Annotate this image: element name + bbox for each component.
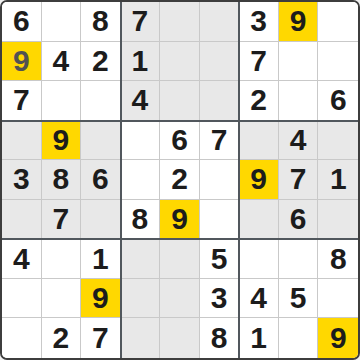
cell-r7-c4[interactable] [160,279,200,319]
cell-r8-c5[interactable]: 8 [200,318,240,358]
given-digit: 9 [250,164,267,194]
given-digit: 8 [52,164,69,194]
given-digit: 3 [211,283,228,313]
cell-r7-c6[interactable]: 4 [239,279,279,319]
given-digit: 1 [92,244,109,274]
cell-r2-c6[interactable]: 2 [239,81,279,121]
cell-r5-c6[interactable] [239,200,279,240]
given-digit: 9 [92,283,109,313]
cell-r8-c4[interactable] [160,318,200,358]
cell-r6-c3[interactable] [121,239,161,279]
cell-r6-c8[interactable]: 8 [318,239,358,279]
cell-r0-c1[interactable] [42,2,82,42]
given-digit: 8 [132,204,149,234]
given-digit: 5 [211,244,228,274]
cell-r4-c6[interactable]: 9 [239,160,279,200]
given-digit: 6 [290,204,307,234]
cell-r4-c4[interactable]: 2 [160,160,200,200]
cell-r8-c3[interactable] [121,318,161,358]
cell-r8-c8[interactable]: 9 [318,318,358,358]
given-digit: 3 [250,6,267,36]
cell-r0-c3[interactable]: 7 [121,2,161,42]
cell-r1-c4[interactable] [160,42,200,82]
cell-r0-c0[interactable]: 6 [2,2,42,42]
cell-r3-c2[interactable] [81,121,121,161]
cell-r1-c1[interactable]: 4 [42,42,82,82]
cell-r4-c8[interactable]: 1 [318,160,358,200]
cell-r1-c0[interactable]: 9 [2,42,42,82]
cell-r2-c0[interactable]: 7 [2,81,42,121]
cell-r3-c4[interactable]: 6 [160,121,200,161]
cell-r7-c2[interactable]: 9 [81,279,121,319]
given-digit: 9 [171,204,188,234]
given-digit: 9 [52,125,69,155]
cell-r5-c2[interactable] [81,200,121,240]
given-digit: 2 [92,46,109,76]
cell-r8-c1[interactable]: 2 [42,318,82,358]
given-digit: 8 [330,244,347,274]
given-digit: 1 [330,164,347,194]
cell-r2-c1[interactable] [42,81,82,121]
cell-r3-c6[interactable] [239,121,279,161]
given-digit: 6 [13,6,30,36]
user-digit: 9 [13,46,30,76]
given-digit: 6 [330,85,347,115]
given-digit: 4 [290,125,307,155]
cell-r2-c2[interactable] [81,81,121,121]
cell-r5-c1[interactable]: 7 [42,200,82,240]
cell-r8-c7[interactable] [279,318,319,358]
given-digit: 5 [290,283,307,313]
cell-r5-c3[interactable]: 8 [121,200,161,240]
given-digit: 6 [92,164,109,194]
given-digit: 2 [171,164,188,194]
given-digit: 9 [330,323,347,353]
cell-r0-c2[interactable]: 8 [81,2,121,42]
cell-r0-c4[interactable] [160,2,200,42]
given-digit: 4 [132,85,149,115]
cell-r7-c0[interactable] [2,279,42,319]
cell-r5-c7[interactable]: 6 [279,200,319,240]
cell-r5-c5[interactable] [200,200,240,240]
cell-r4-c3[interactable] [121,160,161,200]
cell-r8-c0[interactable] [2,318,42,358]
cell-r0-c6[interactable]: 3 [239,2,279,42]
cell-r3-c7[interactable]: 4 [279,121,319,161]
given-digit: 4 [52,46,69,76]
given-digit: 7 [211,125,228,155]
cell-r7-c8[interactable] [318,279,358,319]
cell-r2-c4[interactable] [160,81,200,121]
cell-r6-c2[interactable]: 1 [81,239,121,279]
cell-r4-c5[interactable] [200,160,240,200]
cell-r7-c5[interactable]: 3 [200,279,240,319]
cell-r0-c5[interactable] [200,2,240,42]
cell-r3-c3[interactable] [121,121,161,161]
cell-r6-c6[interactable] [239,239,279,279]
given-digit: 7 [13,85,30,115]
given-digit: 7 [132,6,149,36]
cell-r6-c0[interactable]: 4 [2,239,42,279]
given-digit: 7 [52,204,69,234]
given-digit: 7 [92,323,109,353]
cell-r6-c4[interactable] [160,239,200,279]
cell-r1-c6[interactable]: 7 [239,42,279,82]
cell-r5-c0[interactable] [2,200,42,240]
cell-r2-c5[interactable] [200,81,240,121]
cell-r7-c7[interactable]: 5 [279,279,319,319]
cell-r4-c7[interactable]: 7 [279,160,319,200]
cell-r2-c7[interactable] [279,81,319,121]
given-digit: 1 [250,323,267,353]
given-digit: 8 [211,323,228,353]
given-digit: 7 [290,164,307,194]
cell-r1-c8[interactable] [318,42,358,82]
given-digit: 9 [290,6,307,36]
given-digit: 7 [250,46,267,76]
cell-r6-c7[interactable] [279,239,319,279]
sudoku-app: 6873994217742696743862971789641589345278… [0,0,360,360]
sudoku-board: 6873994217742696743862971789641589345278… [0,0,360,360]
cell-r6-c5[interactable]: 5 [200,239,240,279]
sudoku-cells: 6873994217742696743862971789641589345278… [2,2,358,358]
given-digit: 2 [250,85,267,115]
cell-r3-c1[interactable]: 9 [42,121,82,161]
cell-r7-c3[interactable] [121,279,161,319]
given-digit: 4 [13,244,30,274]
cell-r4-c0[interactable]: 3 [2,160,42,200]
cell-r0-c7[interactable]: 9 [279,2,319,42]
cell-r1-c3[interactable]: 1 [121,42,161,82]
cell-r2-c8[interactable]: 6 [318,81,358,121]
cell-r5-c4[interactable]: 9 [160,200,200,240]
given-digit: 4 [250,283,267,313]
cell-r3-c5[interactable]: 7 [200,121,240,161]
cell-r4-c1[interactable]: 8 [42,160,82,200]
cell-r4-c2[interactable]: 6 [81,160,121,200]
given-digit: 6 [171,125,188,155]
given-digit: 8 [92,6,109,36]
cell-r8-c6[interactable]: 1 [239,318,279,358]
cell-r5-c8[interactable] [318,200,358,240]
given-digit: 3 [13,164,30,194]
cell-r1-c2[interactable]: 2 [81,42,121,82]
given-digit: 1 [132,46,149,76]
cell-r1-c7[interactable] [279,42,319,82]
cell-r8-c2[interactable]: 7 [81,318,121,358]
cell-r2-c3[interactable]: 4 [121,81,161,121]
cell-r0-c8[interactable] [318,2,358,42]
cell-r1-c5[interactable] [200,42,240,82]
given-digit: 2 [52,323,69,353]
cell-r6-c1[interactable] [42,239,82,279]
cell-r3-c8[interactable] [318,121,358,161]
cell-r3-c0[interactable] [2,121,42,161]
cell-r7-c1[interactable] [42,279,82,319]
